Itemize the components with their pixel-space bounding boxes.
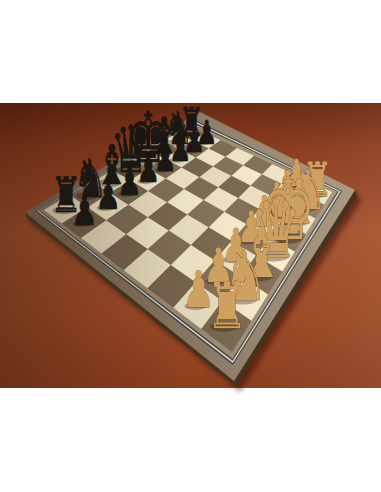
white-rook-a1: ♜ (206, 268, 247, 343)
black-pawn-a7: ♟ (71, 186, 98, 235)
board-scene: ♜♟♞♟♝♟♚♟♛♟♝♟♟♜♞♟♞♟♟♜♝♟♟♚♟♛♟♝♟♞♟♜ (0, 0, 381, 492)
page: ♜♟♞♟♝♟♚♟♛♟♝♟♟♜♞♟♞♟♟♜♝♟♟♚♟♛♟♝♟♞♟♜ (0, 0, 381, 492)
chessboard-photo: ♜♟♞♟♝♟♚♟♛♟♝♟♟♜♞♟♞♟♟♜♝♟♟♚♟♛♟♝♟♞♟♜ (0, 0, 381, 492)
black-pawn-b7: ♟ (95, 172, 121, 218)
